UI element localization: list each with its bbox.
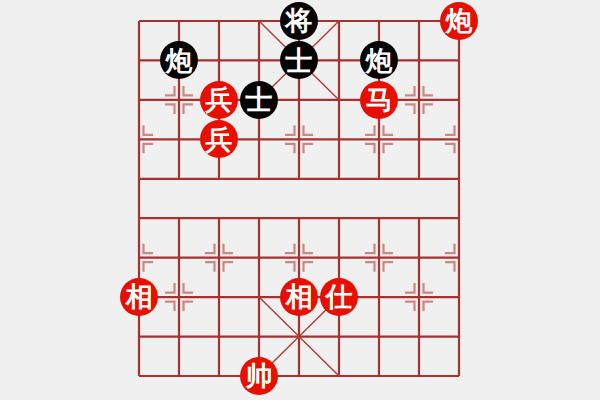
xiangqi-board: 将士士炮炮炮马兵兵相相仕帅 [119, 1, 479, 395]
xiangqi-screenshot: 将士士炮炮炮马兵兵相相仕帅 [0, 0, 600, 400]
piece-red-horse[interactable]: 马 [360, 81, 398, 119]
board-intersections: 将士士炮炮炮马兵兵相相仕帅 [119, 1, 479, 395]
piece-red-elephant-2[interactable]: 相 [280, 278, 318, 316]
piece-red-cannon[interactable]: 炮 [440, 2, 478, 40]
piece-red-advisor[interactable]: 仕 [320, 278, 358, 316]
piece-black-cannon-2[interactable]: 炮 [360, 41, 398, 79]
piece-red-soldier-2[interactable]: 兵 [200, 120, 238, 158]
piece-black-cannon-1[interactable]: 炮 [160, 41, 198, 79]
piece-red-soldier-1[interactable]: 兵 [200, 81, 238, 119]
piece-black-general[interactable]: 将 [280, 2, 318, 40]
piece-black-advisor-1[interactable]: 士 [280, 41, 318, 79]
piece-red-general[interactable]: 帅 [240, 357, 278, 395]
piece-black-advisor-2[interactable]: 士 [240, 81, 278, 119]
piece-red-elephant-1[interactable]: 相 [120, 278, 158, 316]
